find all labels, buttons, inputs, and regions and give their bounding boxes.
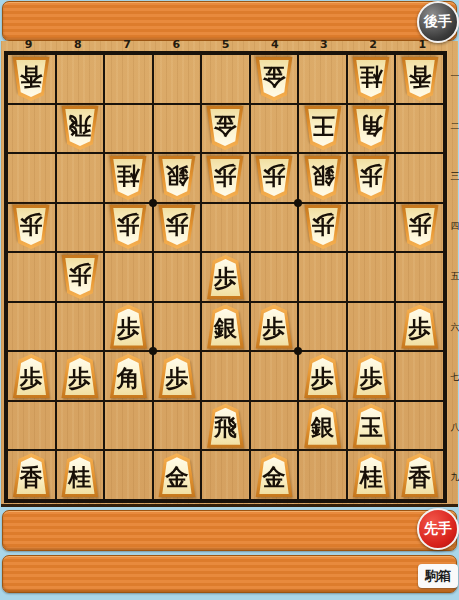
cell-4-8[interactable] xyxy=(250,401,299,451)
cell-3-1[interactable] xyxy=(298,54,347,104)
file-coordinate-labels: 987654321 xyxy=(4,39,447,51)
cell-8-2[interactable]: 飛 xyxy=(56,104,105,154)
piece-sente-pawn-37[interactable]: 歩 xyxy=(303,354,343,398)
cell-1-9[interactable]: 香 xyxy=(395,450,444,500)
cell-6-8[interactable] xyxy=(153,401,202,451)
cell-6-9[interactable]: 金 xyxy=(153,450,202,500)
piece-kanji: 角 xyxy=(360,115,383,138)
file-label-2: 2 xyxy=(349,39,398,51)
file-label-5: 5 xyxy=(201,39,250,51)
piece-sente-lance-99[interactable]: 香 xyxy=(11,453,51,497)
piece-sente-knight-89[interactable]: 桂 xyxy=(60,453,100,497)
piece-kanji: 歩 xyxy=(214,267,237,290)
piece-kanji: 歩 xyxy=(263,317,286,340)
file-label-6: 6 xyxy=(152,39,201,51)
cell-8-8[interactable] xyxy=(56,401,105,451)
cell-8-3[interactable] xyxy=(56,153,105,203)
piece-gote-knight-21[interactable]: 桂 xyxy=(351,57,391,101)
cell-9-6[interactable] xyxy=(7,302,56,352)
cell-9-3[interactable] xyxy=(7,153,56,203)
file-label-7: 7 xyxy=(102,39,151,51)
piece-kanji: 歩 xyxy=(165,367,188,390)
piece-kanji: 歩 xyxy=(360,164,383,187)
cell-3-8[interactable]: 銀 xyxy=(298,401,347,451)
piece-kanji: 香 xyxy=(20,466,43,489)
piece-kanji: 歩 xyxy=(214,164,237,187)
cell-5-8[interactable]: 飛 xyxy=(201,401,250,451)
piece-kanji: 金 xyxy=(263,65,286,88)
piece-box-button[interactable]: 駒箱 xyxy=(418,564,458,588)
cell-1-8[interactable] xyxy=(395,401,444,451)
cell-6-6[interactable] xyxy=(153,302,202,352)
piece-kanji: 銀 xyxy=(311,416,334,439)
cell-8-9[interactable]: 桂 xyxy=(56,450,105,500)
piece-kanji: 玉 xyxy=(360,416,383,439)
cell-2-1[interactable]: 桂 xyxy=(347,54,396,104)
cell-9-2[interactable] xyxy=(7,104,56,154)
cell-4-2[interactable] xyxy=(250,104,299,154)
cell-9-9[interactable]: 香 xyxy=(7,450,56,500)
file-label-4: 4 xyxy=(250,39,299,51)
cell-4-7[interactable] xyxy=(250,351,299,401)
cell-2-4[interactable] xyxy=(347,203,396,253)
cell-2-2[interactable]: 角 xyxy=(347,104,396,154)
rank-label-8: 八 xyxy=(450,403,459,453)
star-point xyxy=(149,347,157,355)
piece-kanji: 歩 xyxy=(20,367,43,390)
star-point xyxy=(294,347,302,355)
piece-sente-pawn-16[interactable]: 歩 xyxy=(400,305,440,349)
cell-7-4[interactable]: 歩 xyxy=(104,203,153,253)
rank-label-1: 一 xyxy=(450,51,459,101)
piece-kanji: 桂 xyxy=(360,65,383,88)
rank-label-7: 七 xyxy=(450,352,459,402)
cell-5-5[interactable]: 歩 xyxy=(201,252,250,302)
cell-7-5[interactable] xyxy=(104,252,153,302)
piece-kanji: 金 xyxy=(165,466,188,489)
cell-7-2[interactable] xyxy=(104,104,153,154)
piece-kanji: 銀 xyxy=(165,164,188,187)
cell-6-4[interactable]: 歩 xyxy=(153,203,202,253)
piece-sente-pawn-67[interactable]: 歩 xyxy=(157,354,197,398)
piece-kanji: 歩 xyxy=(408,317,431,340)
piece-kanji: 銀 xyxy=(311,164,334,187)
piece-kanji: 銀 xyxy=(214,317,237,340)
star-point xyxy=(149,199,157,207)
piece-gote-pawn-74[interactable]: 歩 xyxy=(108,205,148,249)
cell-7-8[interactable] xyxy=(104,401,153,451)
cell-3-3[interactable]: 銀 xyxy=(298,153,347,203)
star-point xyxy=(294,199,302,207)
cell-2-8[interactable]: 玉 xyxy=(347,401,396,451)
piece-kanji: 香 xyxy=(408,466,431,489)
piece-sente-gold-69[interactable]: 金 xyxy=(157,453,197,497)
cell-4-6[interactable]: 歩 xyxy=(250,302,299,352)
cell-7-6[interactable]: 歩 xyxy=(104,302,153,352)
piece-kanji: 歩 xyxy=(20,214,43,237)
piece-gote-rook-82[interactable]: 飛 xyxy=(60,106,100,150)
cell-6-7[interactable]: 歩 xyxy=(153,351,202,401)
piece-sente-gold-49[interactable]: 金 xyxy=(254,453,294,497)
cell-8-6[interactable] xyxy=(56,302,105,352)
cell-1-3[interactable] xyxy=(395,153,444,203)
cell-6-3[interactable]: 銀 xyxy=(153,153,202,203)
piece-kanji: 飛 xyxy=(214,416,237,439)
cell-1-7[interactable] xyxy=(395,351,444,401)
rank-label-6: 六 xyxy=(450,302,459,352)
piece-kanji: 歩 xyxy=(165,214,188,237)
piece-kanji: 歩 xyxy=(117,214,140,237)
piece-kanji: 桂 xyxy=(68,466,91,489)
piece-gote-pawn-34[interactable]: 歩 xyxy=(303,205,343,249)
cell-6-1[interactable] xyxy=(153,54,202,104)
cell-1-4[interactable]: 歩 xyxy=(395,203,444,253)
piece-sente-silver-56[interactable]: 銀 xyxy=(205,305,245,349)
shogi-board: 987654321 一二三四五六七八九 香金桂香飛金王角桂銀歩歩銀歩歩歩歩歩歩歩… xyxy=(1,41,458,507)
piece-sente-rook-58[interactable]: 飛 xyxy=(205,404,245,448)
shogi-app-screen: 後手 987654321 一二三四五六七八九 香金桂香飛金王角桂銀歩歩銀歩歩歩歩… xyxy=(0,0,459,600)
piece-kanji: 歩 xyxy=(68,263,91,286)
piece-gote-gold-41[interactable]: 金 xyxy=(254,57,294,101)
cell-4-5[interactable] xyxy=(250,252,299,302)
piece-sente-pawn-27[interactable]: 歩 xyxy=(351,354,391,398)
cell-1-5[interactable] xyxy=(395,252,444,302)
piece-kanji: 金 xyxy=(214,115,237,138)
cell-3-6[interactable] xyxy=(298,302,347,352)
cell-1-6[interactable]: 歩 xyxy=(395,302,444,352)
piece-sente-pawn-55[interactable]: 歩 xyxy=(205,255,245,299)
piece-kanji: 歩 xyxy=(263,164,286,187)
piece-kanji: 桂 xyxy=(117,164,140,187)
piece-gote-pawn-53[interactable]: 歩 xyxy=(205,156,245,200)
rank-coordinate-labels: 一二三四五六七八九 xyxy=(450,51,459,503)
piece-kanji: 金 xyxy=(263,466,286,489)
piece-kanji: 歩 xyxy=(68,367,91,390)
cell-1-1[interactable]: 香 xyxy=(395,54,444,104)
piece-sente-king-gyoku-28[interactable]: 玉 xyxy=(351,404,391,448)
rank-label-4: 四 xyxy=(450,202,459,252)
piece-sente-pawn-76[interactable]: 歩 xyxy=(108,305,148,349)
cell-7-9[interactable] xyxy=(104,450,153,500)
piece-gote-pawn-94[interactable]: 歩 xyxy=(11,205,51,249)
cell-9-5[interactable] xyxy=(7,252,56,302)
cell-8-1[interactable] xyxy=(56,54,105,104)
sente-player-badge[interactable]: 先手 xyxy=(417,508,459,550)
piece-kanji: 歩 xyxy=(408,214,431,237)
cell-5-6[interactable]: 銀 xyxy=(201,302,250,352)
gote-badge-label: 後手 xyxy=(424,13,452,31)
piece-kanji: 香 xyxy=(20,65,43,88)
gote-player-badge[interactable]: 後手 xyxy=(417,1,459,43)
cell-6-5[interactable] xyxy=(153,252,202,302)
cell-5-9[interactable] xyxy=(201,450,250,500)
sente-captured-pieces-tray[interactable] xyxy=(2,510,457,551)
gote-captured-pieces-tray[interactable] xyxy=(2,1,457,41)
piece-kanji: 歩 xyxy=(311,214,334,237)
cell-2-5[interactable] xyxy=(347,252,396,302)
piece-gote-silver-63[interactable]: 銀 xyxy=(157,156,197,200)
cell-2-9[interactable]: 桂 xyxy=(347,450,396,500)
piece-sente-pawn-87[interactable]: 歩 xyxy=(60,354,100,398)
cell-3-5[interactable] xyxy=(298,252,347,302)
cell-2-7[interactable]: 歩 xyxy=(347,351,396,401)
cell-4-4[interactable] xyxy=(250,203,299,253)
piece-box-button-label: 駒箱 xyxy=(425,567,451,585)
cell-3-9[interactable] xyxy=(298,450,347,500)
rank-label-2: 二 xyxy=(450,101,459,151)
piece-kanji: 飛 xyxy=(68,115,91,138)
cell-5-7[interactable] xyxy=(201,351,250,401)
piece-gote-bishop-22[interactable]: 角 xyxy=(351,106,391,150)
cell-4-9[interactable]: 金 xyxy=(250,450,299,500)
cell-3-4[interactable]: 歩 xyxy=(298,203,347,253)
cell-9-4[interactable]: 歩 xyxy=(7,203,56,253)
cell-2-6[interactable] xyxy=(347,302,396,352)
cell-9-8[interactable] xyxy=(7,401,56,451)
piece-sente-lance-19[interactable]: 香 xyxy=(400,453,440,497)
cell-3-2[interactable]: 王 xyxy=(298,104,347,154)
piece-gote-knight-73[interactable]: 桂 xyxy=(108,156,148,200)
piece-sente-knight-29[interactable]: 桂 xyxy=(351,453,391,497)
rank-label-3: 三 xyxy=(450,151,459,201)
rank-label-9: 九 xyxy=(450,453,459,503)
cell-9-7[interactable]: 歩 xyxy=(7,351,56,401)
piece-gote-gold-52[interactable]: 金 xyxy=(205,106,245,150)
piece-kanji: 王 xyxy=(311,115,334,138)
piece-kanji: 歩 xyxy=(360,367,383,390)
cell-7-3[interactable]: 桂 xyxy=(104,153,153,203)
cell-5-1[interactable] xyxy=(201,54,250,104)
file-label-3: 3 xyxy=(299,39,348,51)
sente-badge-label: 先手 xyxy=(424,520,452,538)
piece-gote-king-ou-32[interactable]: 王 xyxy=(303,106,343,150)
piece-gote-lance-11[interactable]: 香 xyxy=(400,57,440,101)
piece-gote-pawn-85[interactable]: 歩 xyxy=(60,255,100,299)
cell-7-7[interactable]: 角 xyxy=(104,351,153,401)
cell-7-1[interactable] xyxy=(104,54,153,104)
file-label-9: 9 xyxy=(4,39,53,51)
file-label-8: 8 xyxy=(53,39,102,51)
cell-2-3[interactable]: 歩 xyxy=(347,153,396,203)
cell-3-7[interactable]: 歩 xyxy=(298,351,347,401)
piece-sente-bishop-77[interactable]: 角 xyxy=(108,354,148,398)
rank-label-5: 五 xyxy=(450,252,459,302)
piece-sente-pawn-97[interactable]: 歩 xyxy=(11,354,51,398)
cell-5-4[interactable] xyxy=(201,203,250,253)
piece-sente-pawn-46[interactable]: 歩 xyxy=(254,305,294,349)
piece-kanji: 香 xyxy=(408,65,431,88)
cell-5-3[interactable]: 歩 xyxy=(201,153,250,203)
board-grid: 香金桂香飛金王角桂銀歩歩銀歩歩歩歩歩歩歩歩歩銀歩歩歩歩角歩歩歩飛銀玉香桂金金桂香 xyxy=(4,51,447,503)
cell-1-2[interactable] xyxy=(395,104,444,154)
cell-8-7[interactable]: 歩 xyxy=(56,351,105,401)
piece-gote-pawn-23[interactable]: 歩 xyxy=(351,156,391,200)
piece-gote-pawn-64[interactable]: 歩 xyxy=(157,205,197,249)
cell-5-2[interactable]: 金 xyxy=(201,104,250,154)
piece-kanji: 歩 xyxy=(117,317,140,340)
piece-gote-silver-33[interactable]: 銀 xyxy=(303,156,343,200)
piece-gote-pawn-43[interactable]: 歩 xyxy=(254,156,294,200)
cell-8-4[interactable] xyxy=(56,203,105,253)
cell-8-5[interactable]: 歩 xyxy=(56,252,105,302)
piece-sente-silver-38[interactable]: 銀 xyxy=(303,404,343,448)
piece-kanji: 桂 xyxy=(360,466,383,489)
piece-kanji: 角 xyxy=(117,367,140,390)
piece-gote-lance-91[interactable]: 香 xyxy=(11,57,51,101)
cell-6-2[interactable] xyxy=(153,104,202,154)
piece-kanji: 歩 xyxy=(311,367,334,390)
cell-4-1[interactable]: 金 xyxy=(250,54,299,104)
piece-box-tray[interactable] xyxy=(2,555,457,593)
piece-gote-pawn-14[interactable]: 歩 xyxy=(400,205,440,249)
cell-4-3[interactable]: 歩 xyxy=(250,153,299,203)
cell-9-1[interactable]: 香 xyxy=(7,54,56,104)
